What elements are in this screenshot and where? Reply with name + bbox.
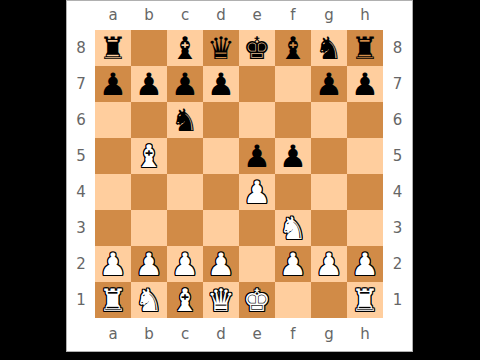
square-f6[interactable] — [275, 102, 311, 138]
square-a7[interactable]: ♟ — [95, 66, 131, 102]
square-f3[interactable]: ♞ — [275, 210, 311, 246]
square-g8[interactable]: ♞ — [311, 30, 347, 66]
black-bishop-piece: ♝ — [171, 30, 199, 66]
file-label-d: d — [203, 1, 239, 30]
file-label-a: a — [95, 318, 131, 351]
rank-label-2: 2 — [67, 246, 95, 282]
square-a3[interactable] — [95, 210, 131, 246]
square-h1[interactable]: ♜ — [347, 282, 383, 318]
square-f1[interactable] — [275, 282, 311, 318]
white-rook-piece: ♜ — [99, 282, 127, 318]
black-pawn-piece: ♟ — [243, 138, 271, 174]
black-pawn-piece: ♟ — [135, 66, 163, 102]
black-pawn-piece: ♟ — [207, 66, 235, 102]
black-knight-piece: ♞ — [171, 102, 199, 138]
file-label-e: e — [239, 1, 275, 30]
square-b7[interactable]: ♟ — [131, 66, 167, 102]
black-rook-piece: ♜ — [351, 30, 379, 66]
square-e5[interactable]: ♟ — [239, 138, 275, 174]
square-a1[interactable]: ♜ — [95, 282, 131, 318]
square-d7[interactable]: ♟ — [203, 66, 239, 102]
square-b3[interactable] — [131, 210, 167, 246]
square-b4[interactable] — [131, 174, 167, 210]
white-knight-piece: ♞ — [279, 210, 307, 246]
black-pawn-piece: ♟ — [279, 138, 307, 174]
square-e8[interactable]: ♚ — [239, 30, 275, 66]
file-label-b: b — [131, 318, 167, 351]
black-pawn-piece: ♟ — [171, 66, 199, 102]
square-f8[interactable]: ♝ — [275, 30, 311, 66]
square-g7[interactable]: ♟ — [311, 66, 347, 102]
white-pawn-piece: ♟ — [135, 246, 163, 282]
rank-label-5: 5 — [383, 138, 412, 174]
file-label-d: d — [203, 318, 239, 351]
square-a4[interactable] — [95, 174, 131, 210]
square-f5[interactable]: ♟ — [275, 138, 311, 174]
square-e6[interactable] — [239, 102, 275, 138]
rank-label-3: 3 — [383, 210, 412, 246]
black-bishop-piece: ♝ — [279, 30, 307, 66]
white-pawn-piece: ♟ — [243, 174, 271, 210]
file-label-g: g — [311, 1, 347, 30]
rank-label-4: 4 — [383, 174, 412, 210]
square-a6[interactable] — [95, 102, 131, 138]
square-g6[interactable] — [311, 102, 347, 138]
square-c8[interactable]: ♝ — [167, 30, 203, 66]
square-c3[interactable] — [167, 210, 203, 246]
black-rook-piece: ♜ — [99, 30, 127, 66]
file-label-f: f — [275, 318, 311, 351]
file-label-h: h — [347, 1, 383, 30]
file-label-e: e — [239, 318, 275, 351]
square-b6[interactable] — [131, 102, 167, 138]
square-e1[interactable]: ♚ — [239, 282, 275, 318]
white-rook-piece: ♜ — [351, 282, 379, 318]
square-g5[interactable] — [311, 138, 347, 174]
white-knight-piece: ♞ — [135, 282, 163, 318]
black-pawn-piece: ♟ — [315, 66, 343, 102]
rank-label-6: 6 — [67, 102, 95, 138]
white-queen-piece: ♛ — [207, 282, 235, 318]
file-labels-bottom: abcdefgh — [95, 318, 383, 351]
square-d6[interactable] — [203, 102, 239, 138]
black-pawn-piece: ♟ — [99, 66, 127, 102]
square-a8[interactable]: ♜ — [95, 30, 131, 66]
square-c1[interactable]: ♝ — [167, 282, 203, 318]
square-f7[interactable] — [275, 66, 311, 102]
square-h3[interactable] — [347, 210, 383, 246]
rank-label-4: 4 — [67, 174, 95, 210]
black-king-piece: ♚ — [243, 30, 271, 66]
square-e2[interactable] — [239, 246, 275, 282]
black-knight-piece: ♞ — [315, 30, 343, 66]
square-h6[interactable] — [347, 102, 383, 138]
file-label-f: f — [275, 1, 311, 30]
white-pawn-piece: ♟ — [207, 246, 235, 282]
square-g3[interactable] — [311, 210, 347, 246]
white-bishop-piece: ♝ — [135, 138, 163, 174]
file-label-g: g — [311, 318, 347, 351]
file-label-b: b — [131, 1, 167, 30]
square-h4[interactable] — [347, 174, 383, 210]
file-label-c: c — [167, 1, 203, 30]
square-f4[interactable] — [275, 174, 311, 210]
square-a2[interactable]: ♟ — [95, 246, 131, 282]
square-h8[interactable]: ♜ — [347, 30, 383, 66]
white-pawn-piece: ♟ — [351, 246, 379, 282]
file-label-c: c — [167, 318, 203, 351]
square-h7[interactable]: ♟ — [347, 66, 383, 102]
square-d3[interactable] — [203, 210, 239, 246]
square-d1[interactable]: ♛ — [203, 282, 239, 318]
square-b8[interactable] — [131, 30, 167, 66]
rank-label-3: 3 — [67, 210, 95, 246]
square-d2[interactable]: ♟ — [203, 246, 239, 282]
square-e7[interactable] — [239, 66, 275, 102]
rank-label-1: 1 — [67, 282, 95, 318]
square-d8[interactable]: ♛ — [203, 30, 239, 66]
white-pawn-piece: ♟ — [279, 246, 307, 282]
square-d4[interactable] — [203, 174, 239, 210]
white-pawn-piece: ♟ — [315, 246, 343, 282]
rank-label-2: 2 — [383, 246, 412, 282]
rank-label-6: 6 — [383, 102, 412, 138]
rank-labels-left: 87654321 — [67, 30, 95, 318]
file-label-a: a — [95, 1, 131, 30]
rank-label-1: 1 — [383, 282, 412, 318]
white-king-piece: ♚ — [243, 282, 271, 318]
black-pawn-piece: ♟ — [351, 66, 379, 102]
square-f2[interactable]: ♟ — [275, 246, 311, 282]
square-c2[interactable]: ♟ — [167, 246, 203, 282]
file-label-h: h — [347, 318, 383, 351]
rank-label-7: 7 — [67, 66, 95, 102]
square-b5[interactable]: ♝ — [131, 138, 167, 174]
chess-board: ♜♝♛♚♝♞♜♟♟♟♟♟♟♞♝♟♟♟♞♟♟♟♟♟♟♟♜♞♝♛♚♜ — [95, 30, 383, 318]
square-e3[interactable] — [239, 210, 275, 246]
chessboard-panel: abcdefgh 87654321 ♜♝♛♚♝♞♜♟♟♟♟♟♟♞♝♟♟♟♞♟♟♟… — [66, 0, 413, 352]
black-queen-piece: ♛ — [207, 30, 235, 66]
rank-label-8: 8 — [383, 30, 412, 66]
square-h2[interactable]: ♟ — [347, 246, 383, 282]
square-c4[interactable] — [167, 174, 203, 210]
square-d5[interactable] — [203, 138, 239, 174]
square-c6[interactable]: ♞ — [167, 102, 203, 138]
square-h5[interactable] — [347, 138, 383, 174]
square-b2[interactable]: ♟ — [131, 246, 167, 282]
square-a5[interactable] — [95, 138, 131, 174]
white-pawn-piece: ♟ — [171, 246, 199, 282]
square-e4[interactable]: ♟ — [239, 174, 275, 210]
rank-labels-right: 87654321 — [383, 30, 412, 318]
square-g4[interactable] — [311, 174, 347, 210]
rank-label-8: 8 — [67, 30, 95, 66]
square-g1[interactable] — [311, 282, 347, 318]
white-pawn-piece: ♟ — [99, 246, 127, 282]
rank-label-7: 7 — [383, 66, 412, 102]
square-b1[interactable]: ♞ — [131, 282, 167, 318]
square-g2[interactable]: ♟ — [311, 246, 347, 282]
rank-label-5: 5 — [67, 138, 95, 174]
white-bishop-piece: ♝ — [171, 282, 199, 318]
square-c7[interactable]: ♟ — [167, 66, 203, 102]
file-labels-top: abcdefgh — [95, 1, 383, 30]
square-c5[interactable] — [167, 138, 203, 174]
